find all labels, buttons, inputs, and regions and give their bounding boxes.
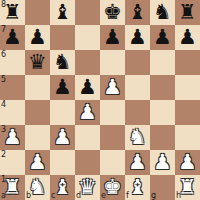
square-d5[interactable]: ♟ [75, 75, 100, 100]
piece-black-bishop[interactable]: ♝ [50, 0, 75, 25]
piece-black-pawn[interactable]: ♟ [175, 25, 200, 50]
square-e7[interactable]: ♟ [100, 25, 125, 50]
file-label-g: g [151, 192, 156, 200]
square-e3[interactable] [100, 125, 125, 150]
square-g5[interactable] [150, 75, 175, 100]
piece-black-pawn[interactable]: ♟ [125, 25, 150, 50]
square-b8[interactable] [25, 0, 50, 25]
square-c6[interactable]: ♞ [50, 50, 75, 75]
square-d8[interactable] [75, 0, 100, 25]
square-c5[interactable]: ♟ [50, 75, 75, 100]
piece-black-pawn[interactable]: ♟ [150, 25, 175, 50]
piece-black-queen[interactable]: ♛ [25, 50, 50, 75]
file-label-a: a [1, 192, 6, 200]
square-a1[interactable]: 1a♜ [0, 175, 25, 200]
piece-white-pawn[interactable]: ♟ [100, 75, 125, 100]
square-g2[interactable]: ♟ [150, 150, 175, 175]
square-h8[interactable]: ♜ [175, 0, 200, 25]
square-c4[interactable] [50, 100, 75, 125]
square-b5[interactable] [25, 75, 50, 100]
square-c8[interactable]: ♝ [50, 0, 75, 25]
square-h1[interactable]: h♜ [175, 175, 200, 200]
square-e5[interactable]: ♟ [100, 75, 125, 100]
square-a3[interactable]: 3♟ [0, 125, 25, 150]
piece-white-knight[interactable]: ♞ [125, 125, 150, 150]
square-d4[interactable]: ♟ [75, 100, 100, 125]
rank-label-8: 8 [1, 1, 6, 9]
rank-label-2: 2 [1, 151, 6, 159]
square-c3[interactable]: ♟ [50, 125, 75, 150]
square-a2[interactable]: 2 [0, 150, 25, 175]
square-h3[interactable] [175, 125, 200, 150]
piece-white-pawn[interactable]: ♟ [75, 100, 100, 125]
square-b3[interactable] [25, 125, 50, 150]
square-a4[interactable]: 4 [0, 100, 25, 125]
square-e4[interactable] [100, 100, 125, 125]
chess-board: 8♜♝♚♝♞♜7♟♟♟♟♟♟6♛♞5♟♟♟4♟3♟♟♞2♟♟♟♟1a♜b♞c♝d… [0, 0, 200, 200]
file-label-d: d [76, 192, 81, 200]
file-label-f: f [126, 192, 129, 200]
piece-white-pawn[interactable]: ♟ [125, 150, 150, 175]
square-e1[interactable]: e♚ [100, 175, 125, 200]
square-d7[interactable] [75, 25, 100, 50]
rank-label-4: 4 [1, 101, 6, 109]
square-f1[interactable]: f♝ [125, 175, 150, 200]
square-e6[interactable] [100, 50, 125, 75]
rank-label-3: 3 [1, 126, 6, 134]
rank-label-6: 6 [1, 51, 6, 59]
square-g7[interactable]: ♟ [150, 25, 175, 50]
square-f5[interactable] [125, 75, 150, 100]
square-f4[interactable] [125, 100, 150, 125]
square-g3[interactable] [150, 125, 175, 150]
square-g4[interactable] [150, 100, 175, 125]
square-a6[interactable]: 6 [0, 50, 25, 75]
square-b1[interactable]: b♞ [25, 175, 50, 200]
piece-black-pawn[interactable]: ♟ [75, 75, 100, 100]
square-h2[interactable]: ♟ [175, 150, 200, 175]
square-e2[interactable] [100, 150, 125, 175]
piece-black-pawn[interactable]: ♟ [100, 25, 125, 50]
square-c2[interactable] [50, 150, 75, 175]
rank-label-7: 7 [1, 26, 6, 34]
square-d1[interactable]: d♛ [75, 175, 100, 200]
square-b7[interactable]: ♟ [25, 25, 50, 50]
square-e8[interactable]: ♚ [100, 0, 125, 25]
square-f7[interactable]: ♟ [125, 25, 150, 50]
square-g8[interactable]: ♞ [150, 0, 175, 25]
square-c7[interactable] [50, 25, 75, 50]
square-f2[interactable]: ♟ [125, 150, 150, 175]
square-d2[interactable] [75, 150, 100, 175]
square-h4[interactable] [175, 100, 200, 125]
piece-black-knight[interactable]: ♞ [150, 0, 175, 25]
piece-white-pawn[interactable]: ♟ [25, 150, 50, 175]
piece-white-pawn[interactable]: ♟ [50, 125, 75, 150]
piece-black-king[interactable]: ♚ [100, 0, 125, 25]
file-label-b: b [26, 192, 31, 200]
piece-black-knight[interactable]: ♞ [50, 50, 75, 75]
square-b6[interactable]: ♛ [25, 50, 50, 75]
file-label-e: e [101, 192, 106, 200]
piece-black-bishop[interactable]: ♝ [125, 0, 150, 25]
rank-label-1: 1 [1, 176, 6, 184]
square-b4[interactable] [25, 100, 50, 125]
piece-black-rook[interactable]: ♜ [175, 0, 200, 25]
piece-black-pawn[interactable]: ♟ [50, 75, 75, 100]
piece-white-pawn[interactable]: ♟ [175, 150, 200, 175]
square-h7[interactable]: ♟ [175, 25, 200, 50]
file-label-c: c [51, 192, 55, 200]
square-a8[interactable]: 8♜ [0, 0, 25, 25]
square-b2[interactable]: ♟ [25, 150, 50, 175]
square-c1[interactable]: c♝ [50, 175, 75, 200]
square-f8[interactable]: ♝ [125, 0, 150, 25]
square-d3[interactable] [75, 125, 100, 150]
square-g6[interactable] [150, 50, 175, 75]
square-f3[interactable]: ♞ [125, 125, 150, 150]
square-a5[interactable]: 5 [0, 75, 25, 100]
square-a7[interactable]: 7♟ [0, 25, 25, 50]
piece-black-pawn[interactable]: ♟ [25, 25, 50, 50]
file-label-h: h [176, 192, 181, 200]
square-f6[interactable] [125, 50, 150, 75]
square-d6[interactable] [75, 50, 100, 75]
piece-white-pawn[interactable]: ♟ [150, 150, 175, 175]
rank-label-5: 5 [1, 76, 6, 84]
square-g1[interactable]: g [150, 175, 175, 200]
square-h5[interactable] [175, 75, 200, 100]
square-h6[interactable] [175, 50, 200, 75]
